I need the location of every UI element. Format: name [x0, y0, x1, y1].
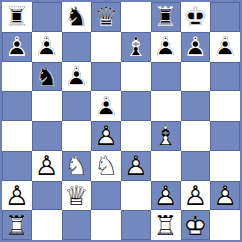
- square-b8[interactable]: [32, 2, 62, 32]
- piece-glyph-outline: ♔: [183, 3, 207, 30]
- piece-glyph-outline: ♖: [5, 3, 29, 30]
- square-c4[interactable]: [62, 121, 92, 151]
- white-rook-icon: ♜♖: [154, 212, 178, 239]
- square-b1[interactable]: [32, 210, 62, 240]
- square-g6[interactable]: [181, 62, 211, 92]
- square-f6[interactable]: [151, 62, 181, 92]
- white-pawn-icon: ♟♙: [154, 182, 178, 209]
- piece-glyph-outline: ♘: [64, 152, 88, 179]
- square-a5[interactable]: [2, 91, 32, 121]
- square-d3[interactable]: ♞♘: [91, 151, 121, 181]
- square-g3[interactable]: [181, 151, 211, 181]
- black-knight-icon: ♞♘: [35, 63, 59, 90]
- square-a3[interactable]: [2, 151, 32, 181]
- white-bishop-icon: ♝♗: [154, 122, 178, 149]
- piece-glyph-outline: ♗: [124, 33, 148, 60]
- square-h5[interactable]: [210, 91, 240, 121]
- square-a6[interactable]: [2, 62, 32, 92]
- white-knight-icon: ♞♘: [94, 152, 118, 179]
- piece-glyph-outline: ♙: [64, 63, 88, 90]
- square-f4[interactable]: ♝♗: [151, 121, 181, 151]
- black-pawn-icon: ♟♙: [183, 33, 207, 60]
- piece-glyph-outline: ♙: [154, 33, 178, 60]
- white-knight-icon: ♞♘: [64, 152, 88, 179]
- square-f5[interactable]: [151, 91, 181, 121]
- square-e4[interactable]: [121, 121, 151, 151]
- white-rook-icon: ♜♖: [5, 212, 29, 239]
- square-d8[interactable]: ♛♕: [91, 2, 121, 32]
- black-pawn-icon: ♟♙: [5, 33, 29, 60]
- square-e2[interactable]: [121, 181, 151, 211]
- square-c5[interactable]: [62, 91, 92, 121]
- square-f2[interactable]: ♟♙: [151, 181, 181, 211]
- square-b5[interactable]: [32, 91, 62, 121]
- square-b7[interactable]: ♟♙: [32, 32, 62, 62]
- piece-glyph-outline: ♖: [154, 3, 178, 30]
- square-a2[interactable]: ♟♙: [2, 181, 32, 211]
- black-rook-icon: ♜♖: [5, 3, 29, 30]
- piece-glyph-outline: ♖: [5, 212, 29, 239]
- square-d2[interactable]: [91, 181, 121, 211]
- square-g1[interactable]: ♚♔: [181, 210, 211, 240]
- white-pawn-icon: ♟♙: [183, 182, 207, 209]
- square-d7[interactable]: [91, 32, 121, 62]
- square-h6[interactable]: [210, 62, 240, 92]
- white-pawn-icon: ♟♙: [5, 182, 29, 209]
- square-a7[interactable]: ♟♙: [2, 32, 32, 62]
- square-h2[interactable]: ♟♙: [210, 181, 240, 211]
- chess-board: ♜♖♞♘♛♕♜♖♚♔♟♙♟♙♝♗♟♙♟♙♟♙♞♘♟♙♟♙♟♙♝♗♟♙♞♘♞♘♟♙…: [0, 0, 242, 242]
- square-h1[interactable]: [210, 210, 240, 240]
- black-rook-icon: ♜♖: [154, 3, 178, 30]
- square-b4[interactable]: [32, 121, 62, 151]
- piece-glyph-outline: ♙: [94, 93, 118, 120]
- black-bishop-icon: ♝♗: [124, 33, 148, 60]
- square-c6[interactable]: ♟♙: [62, 62, 92, 92]
- square-e7[interactable]: ♝♗: [121, 32, 151, 62]
- black-pawn-icon: ♟♙: [154, 33, 178, 60]
- black-knight-icon: ♞♘: [64, 3, 88, 30]
- square-c1[interactable]: [62, 210, 92, 240]
- square-h8[interactable]: [210, 2, 240, 32]
- piece-glyph-outline: ♕: [64, 182, 88, 209]
- piece-glyph-outline: ♘: [94, 152, 118, 179]
- square-e3[interactable]: ♟♙: [121, 151, 151, 181]
- square-b3[interactable]: ♟♙: [32, 151, 62, 181]
- piece-glyph-outline: ♙: [94, 122, 118, 149]
- piece-glyph-outline: ♙: [5, 33, 29, 60]
- square-d1[interactable]: [91, 210, 121, 240]
- piece-glyph-outline: ♙: [183, 33, 207, 60]
- white-pawn-icon: ♟♙: [35, 152, 59, 179]
- piece-glyph-outline: ♙: [35, 152, 59, 179]
- piece-glyph-outline: ♙: [213, 33, 237, 60]
- black-pawn-icon: ♟♙: [35, 33, 59, 60]
- square-c2[interactable]: ♛♕: [62, 181, 92, 211]
- square-h3[interactable]: [210, 151, 240, 181]
- piece-glyph-outline: ♖: [154, 212, 178, 239]
- square-f1[interactable]: ♜♖: [151, 210, 181, 240]
- piece-glyph-outline: ♕: [94, 3, 118, 30]
- square-f3[interactable]: [151, 151, 181, 181]
- white-pawn-icon: ♟♙: [213, 182, 237, 209]
- piece-glyph-outline: ♘: [35, 63, 59, 90]
- piece-glyph-outline: ♙: [124, 152, 148, 179]
- square-h7[interactable]: ♟♙: [210, 32, 240, 62]
- piece-glyph-outline: ♙: [35, 33, 59, 60]
- square-e8[interactable]: [121, 2, 151, 32]
- square-h4[interactable]: [210, 121, 240, 151]
- square-g5[interactable]: [181, 91, 211, 121]
- black-queen-icon: ♛♕: [94, 3, 118, 30]
- black-pawn-icon: ♟♙: [213, 33, 237, 60]
- square-d6[interactable]: [91, 62, 121, 92]
- black-pawn-icon: ♟♙: [64, 63, 88, 90]
- square-g8[interactable]: ♚♔: [181, 2, 211, 32]
- piece-glyph-outline: ♙: [5, 182, 29, 209]
- square-c7[interactable]: [62, 32, 92, 62]
- white-pawn-icon: ♟♙: [94, 122, 118, 149]
- square-b2[interactable]: [32, 181, 62, 211]
- white-queen-icon: ♛♕: [64, 182, 88, 209]
- square-e1[interactable]: [121, 210, 151, 240]
- square-g4[interactable]: [181, 121, 211, 151]
- black-king-icon: ♚♔: [183, 3, 207, 30]
- square-e5[interactable]: [121, 91, 151, 121]
- square-f8[interactable]: ♜♖: [151, 2, 181, 32]
- square-c8[interactable]: ♞♘: [62, 2, 92, 32]
- square-a1[interactable]: ♜♖: [2, 210, 32, 240]
- piece-glyph-outline: ♙: [183, 182, 207, 209]
- piece-glyph-outline: ♗: [154, 122, 178, 149]
- piece-glyph-outline: ♙: [213, 182, 237, 209]
- piece-glyph-outline: ♔: [183, 212, 207, 239]
- white-pawn-icon: ♟♙: [124, 152, 148, 179]
- square-g2[interactable]: ♟♙: [181, 181, 211, 211]
- square-c3[interactable]: ♞♘: [62, 151, 92, 181]
- square-a8[interactable]: ♜♖: [2, 2, 32, 32]
- black-pawn-icon: ♟♙: [94, 93, 118, 120]
- piece-glyph-outline: ♙: [154, 182, 178, 209]
- white-king-icon: ♚♔: [183, 212, 207, 239]
- square-d4[interactable]: ♟♙: [91, 121, 121, 151]
- square-b6[interactable]: ♞♘: [32, 62, 62, 92]
- square-e6[interactable]: [121, 62, 151, 92]
- square-g7[interactable]: ♟♙: [181, 32, 211, 62]
- piece-glyph-outline: ♘: [64, 3, 88, 30]
- square-f7[interactable]: ♟♙: [151, 32, 181, 62]
- square-d5[interactable]: ♟♙: [91, 91, 121, 121]
- square-a4[interactable]: [2, 121, 32, 151]
